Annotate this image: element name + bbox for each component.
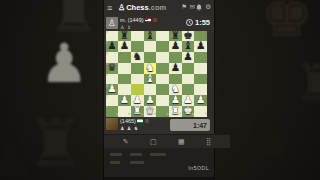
square-h1[interactable]: h bbox=[194, 106, 207, 117]
white-knight-d5[interactable]: ♞ bbox=[144, 62, 157, 73]
square-h7[interactable]: ♟ bbox=[194, 41, 207, 52]
india-flag-icon bbox=[137, 119, 143, 123]
user-badge-icon bbox=[145, 119, 149, 123]
square-c1[interactable]: c♜ bbox=[131, 106, 144, 117]
square-h6[interactable] bbox=[194, 52, 207, 63]
square-e4[interactable] bbox=[156, 74, 169, 85]
background-piece-3: ♟ bbox=[0, 128, 38, 180]
square-b1[interactable]: b bbox=[118, 106, 131, 117]
rank-label-8: 8 bbox=[106, 31, 108, 34]
opponent-name-rating: m. (1449) bbox=[120, 17, 144, 23]
game-toolbar: ✎ ▢ ▦ ⣿ bbox=[104, 134, 230, 148]
us-flag-icon bbox=[145, 18, 151, 22]
sheet-bottom-edge bbox=[104, 177, 214, 180]
user-name-rating: (1465) bbox=[120, 118, 136, 124]
user-clock-active: 1:47 bbox=[170, 119, 210, 131]
move-list-row-skeleton bbox=[110, 153, 122, 156]
rank-label-4: 4 bbox=[106, 74, 108, 77]
square-b4[interactable] bbox=[118, 74, 131, 85]
chesscom-logo: ♙Chess.com bbox=[118, 3, 166, 12]
black-knight-c6[interactable]: ♞ bbox=[131, 51, 144, 62]
square-e5[interactable] bbox=[156, 63, 169, 74]
square-g5[interactable] bbox=[182, 63, 195, 74]
black-pawn-b7[interactable]: ♟ bbox=[118, 40, 131, 51]
square-a2[interactable]: 2 bbox=[106, 95, 119, 106]
move-list-row-skeleton bbox=[150, 153, 166, 156]
chess-board: 8♜♝♜♚7♟♟♟♝♟6♞♟5♛♞♟4♝3♟♞2♟♟♟♟♟♟1abc♜d♛ef♜… bbox=[106, 31, 208, 117]
background-piece-6: ♜ bbox=[294, 58, 320, 108]
background-piece-7: ♟ bbox=[236, 102, 293, 166]
square-h4[interactable] bbox=[194, 74, 207, 85]
background-piece-4: ♚ bbox=[260, 0, 314, 46]
square-g4[interactable] bbox=[182, 74, 195, 85]
square-b5[interactable] bbox=[118, 63, 131, 74]
logo-pawn-icon: ♙ bbox=[118, 3, 125, 12]
more-options-icon[interactable]: ⣿ bbox=[206, 138, 211, 145]
white-bishop-d4[interactable]: ♝ bbox=[144, 73, 157, 84]
white-rook-f1[interactable]: ♜ bbox=[169, 105, 182, 116]
rank-label-1: 1 bbox=[106, 106, 108, 109]
user-player-bar: (1465) ♟ ♟ ♞ 1:47 bbox=[104, 117, 214, 133]
square-f5[interactable]: ♟ bbox=[169, 63, 182, 74]
file-label-h: h bbox=[205, 113, 207, 116]
square-d1[interactable]: d♛ bbox=[144, 106, 157, 117]
square-a7[interactable]: 7♟ bbox=[106, 41, 119, 52]
square-e1[interactable]: e bbox=[156, 106, 169, 117]
draw-pencil-icon[interactable]: ✎ bbox=[123, 138, 129, 145]
white-king-g1[interactable]: ♚ bbox=[182, 105, 195, 116]
white-pawn-h2[interactable]: ♟ bbox=[194, 94, 207, 105]
square-a3[interactable]: 3♟ bbox=[106, 84, 119, 95]
square-c8[interactable] bbox=[131, 31, 144, 42]
square-c4[interactable] bbox=[131, 74, 144, 85]
white-pawn-b2[interactable]: ♟ bbox=[118, 94, 131, 105]
flip-board-icon[interactable]: ▢ bbox=[150, 138, 157, 145]
challenges-flag-icon[interactable]: ⚑ bbox=[181, 4, 187, 11]
settings-gear-icon[interactable]: ⚙ bbox=[205, 4, 211, 11]
apps-grid-icon[interactable]: ▦ bbox=[178, 138, 185, 145]
move-list-row-skeleton bbox=[110, 161, 120, 164]
square-d8[interactable]: ♝ bbox=[144, 31, 157, 42]
bottom-sheet[interactable]: In5ODL bbox=[104, 148, 214, 180]
move-list-row-skeleton bbox=[130, 153, 142, 156]
square-g6[interactable]: ♟ bbox=[182, 52, 195, 63]
rank-label-6: 6 bbox=[106, 53, 108, 56]
black-pawn-f5[interactable]: ♟ bbox=[169, 62, 182, 73]
square-a5[interactable]: 5♛ bbox=[106, 63, 119, 74]
square-e6[interactable] bbox=[156, 52, 169, 63]
square-f7[interactable]: ♟ bbox=[169, 41, 182, 52]
square-c5[interactable] bbox=[131, 63, 144, 74]
background-piece-1: ♟ bbox=[40, 36, 88, 90]
notifications-bell-icon[interactable] bbox=[196, 4, 202, 11]
white-queen-d1[interactable]: ♛ bbox=[144, 105, 157, 116]
opponent-player-bar: ♙ m. (1449) ♙ ♗ 1:55 bbox=[104, 16, 214, 30]
black-bishop-d8[interactable]: ♝ bbox=[144, 30, 157, 41]
black-pawn-g6[interactable]: ♟ bbox=[182, 51, 195, 62]
hamburger-menu-icon[interactable]: ≡ bbox=[107, 3, 112, 13]
messages-icon[interactable]: ✉ bbox=[190, 4, 195, 11]
square-e2[interactable] bbox=[156, 95, 169, 106]
opponent-clock: 1:55 bbox=[186, 18, 210, 27]
user-captured-pieces: ♟ ♟ ♞ bbox=[120, 125, 139, 131]
opponent-badge-icon bbox=[153, 18, 157, 22]
square-h5[interactable] bbox=[194, 63, 207, 74]
black-pawn-h7[interactable]: ♟ bbox=[194, 40, 207, 51]
video-watermark: In5ODL bbox=[188, 165, 209, 171]
square-b7[interactable]: ♟ bbox=[118, 41, 131, 52]
opponent-avatar[interactable]: ♙ bbox=[106, 17, 118, 29]
square-e7[interactable] bbox=[156, 41, 169, 52]
black-pawn-a7[interactable]: ♟ bbox=[106, 40, 119, 51]
white-rook-c1[interactable]: ♜ bbox=[131, 105, 144, 116]
app-header: ≡ ♙Chess.com ⚑ ✉ ⚙ bbox=[104, 0, 214, 16]
black-pawn-f7[interactable]: ♟ bbox=[169, 40, 182, 51]
square-g1[interactable]: g♚ bbox=[182, 106, 195, 117]
clock-icon bbox=[186, 19, 193, 26]
move-list-row-skeleton bbox=[130, 161, 144, 164]
phone-screen: ≡ ♙Chess.com ⚑ ✉ ⚙ ♙ m. (1449) ♙ ♗ 1:55 bbox=[103, 0, 215, 180]
user-avatar[interactable] bbox=[106, 118, 118, 130]
square-b6[interactable] bbox=[118, 52, 131, 63]
square-f1[interactable]: f♜ bbox=[169, 106, 182, 117]
square-c6[interactable]: ♞ bbox=[131, 52, 144, 63]
square-b2[interactable]: ♟ bbox=[118, 95, 131, 106]
square-h2[interactable]: ♟ bbox=[194, 95, 207, 106]
video-frame: { "game": "chess", "position": { "fen": … bbox=[0, 0, 320, 180]
rank-label-2: 2 bbox=[106, 96, 108, 99]
square-a1[interactable]: 1a bbox=[106, 106, 119, 117]
square-d4[interactable]: ♝ bbox=[144, 74, 157, 85]
square-e3[interactable] bbox=[156, 84, 169, 95]
white-pawn-a3[interactable]: ♟ bbox=[106, 83, 119, 94]
black-queen-a5[interactable]: ♛ bbox=[106, 62, 119, 73]
square-e8[interactable] bbox=[156, 31, 169, 42]
square-d7[interactable] bbox=[144, 41, 157, 52]
